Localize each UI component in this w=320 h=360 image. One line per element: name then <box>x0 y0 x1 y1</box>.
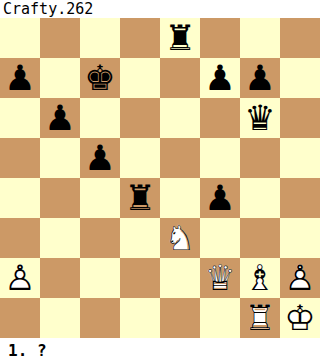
black-rook-e8: ♜ <box>160 18 200 58</box>
square-e5[interactable] <box>160 138 200 178</box>
window-title: Crafty.262 <box>0 0 320 18</box>
square-f3[interactable] <box>200 218 240 258</box>
square-h7[interactable] <box>280 58 320 98</box>
square-e2[interactable] <box>160 258 200 298</box>
square-b4[interactable] <box>40 178 80 218</box>
square-e1[interactable] <box>160 298 200 338</box>
white-knight-e3: ♞♘ <box>160 218 200 258</box>
black-pawn-g7: ♟ <box>240 58 280 98</box>
square-c8[interactable] <box>80 18 120 58</box>
square-f7[interactable]: ♟ <box>200 58 240 98</box>
crafty-window: Crafty.262 ♜♟♚♟♟♟♛♟♜♟♞♘♟♙♛♕♝♗♟♙♜♖♚♔ 1. ? <box>0 0 320 360</box>
square-b1[interactable] <box>40 298 80 338</box>
square-b7[interactable] <box>40 58 80 98</box>
black-pawn-b6: ♟ <box>40 98 80 138</box>
chess-board: ♜♟♚♟♟♟♛♟♜♟♞♘♟♙♛♕♝♗♟♙♜♖♚♔ <box>0 18 320 338</box>
square-d1[interactable] <box>120 298 160 338</box>
square-h2[interactable]: ♟♙ <box>280 258 320 298</box>
square-c1[interactable] <box>80 298 120 338</box>
square-e8[interactable]: ♜ <box>160 18 200 58</box>
square-h1[interactable]: ♚♔ <box>280 298 320 338</box>
square-b6[interactable]: ♟ <box>40 98 80 138</box>
square-g6[interactable]: ♛ <box>240 98 280 138</box>
square-d4[interactable]: ♜ <box>120 178 160 218</box>
black-queen-g6: ♛ <box>240 98 280 138</box>
square-d5[interactable] <box>120 138 160 178</box>
black-pawn-c5: ♟ <box>80 138 120 178</box>
square-f2[interactable]: ♛♕ <box>200 258 240 298</box>
square-b5[interactable] <box>40 138 80 178</box>
black-pawn-a7: ♟ <box>0 58 40 98</box>
move-prompt: 1. ? <box>0 338 320 360</box>
black-rook-d4: ♜ <box>120 178 160 218</box>
square-b3[interactable] <box>40 218 80 258</box>
square-f4[interactable]: ♟ <box>200 178 240 218</box>
square-c4[interactable] <box>80 178 120 218</box>
square-a8[interactable] <box>0 18 40 58</box>
square-a5[interactable] <box>0 138 40 178</box>
square-f6[interactable] <box>200 98 240 138</box>
square-e7[interactable] <box>160 58 200 98</box>
square-f8[interactable] <box>200 18 240 58</box>
square-f1[interactable] <box>200 298 240 338</box>
square-e3[interactable]: ♞♘ <box>160 218 200 258</box>
square-h8[interactable] <box>280 18 320 58</box>
black-pawn-f7: ♟ <box>200 58 240 98</box>
black-pawn-f4: ♟ <box>200 178 240 218</box>
square-g2[interactable]: ♝♗ <box>240 258 280 298</box>
square-c2[interactable] <box>80 258 120 298</box>
square-h4[interactable] <box>280 178 320 218</box>
square-h3[interactable] <box>280 218 320 258</box>
square-a7[interactable]: ♟ <box>0 58 40 98</box>
square-e6[interactable] <box>160 98 200 138</box>
square-a4[interactable] <box>0 178 40 218</box>
square-d2[interactable] <box>120 258 160 298</box>
square-c7[interactable]: ♚ <box>80 58 120 98</box>
white-bishop-g2: ♝♗ <box>240 258 280 298</box>
square-d6[interactable] <box>120 98 160 138</box>
square-g5[interactable] <box>240 138 280 178</box>
square-c3[interactable] <box>80 218 120 258</box>
square-e4[interactable] <box>160 178 200 218</box>
square-g4[interactable] <box>240 178 280 218</box>
white-pawn-h2: ♟♙ <box>280 258 320 298</box>
white-rook-g1: ♜♖ <box>240 298 280 338</box>
square-d7[interactable] <box>120 58 160 98</box>
square-a3[interactable] <box>0 218 40 258</box>
square-a6[interactable] <box>0 98 40 138</box>
white-pawn-a2: ♟♙ <box>0 258 40 298</box>
square-h5[interactable] <box>280 138 320 178</box>
square-f5[interactable] <box>200 138 240 178</box>
white-king-h1: ♚♔ <box>280 298 320 338</box>
square-g1[interactable]: ♜♖ <box>240 298 280 338</box>
black-king-c7: ♚ <box>80 58 120 98</box>
square-b2[interactable] <box>40 258 80 298</box>
square-g8[interactable] <box>240 18 280 58</box>
square-a1[interactable] <box>0 298 40 338</box>
square-c5[interactable]: ♟ <box>80 138 120 178</box>
square-c6[interactable] <box>80 98 120 138</box>
white-queen-f2: ♛♕ <box>200 258 240 298</box>
square-d3[interactable] <box>120 218 160 258</box>
square-g7[interactable]: ♟ <box>240 58 280 98</box>
square-b8[interactable] <box>40 18 80 58</box>
square-g3[interactable] <box>240 218 280 258</box>
square-h6[interactable] <box>280 98 320 138</box>
square-d8[interactable] <box>120 18 160 58</box>
square-a2[interactable]: ♟♙ <box>0 258 40 298</box>
